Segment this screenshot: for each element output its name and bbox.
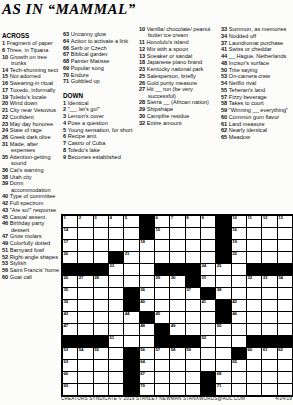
section-header-across: ACROSS <box>2 32 60 39</box>
cell-number: 34 <box>278 276 282 280</box>
clue-6-down: 6 Recipe amt. <box>63 133 136 139</box>
clue-64-across: 64 Action to activate a link <box>63 38 136 44</box>
grid-cell[interactable] <box>155 300 169 311</box>
grid-cell[interactable] <box>247 360 261 371</box>
cell-number: 12 <box>263 216 267 220</box>
clue-51-across: 51 Barnyard fowl <box>2 247 60 253</box>
grid-cell[interactable] <box>78 288 92 299</box>
grid-cell[interactable] <box>201 228 215 239</box>
grid-cell[interactable]: 8 <box>186 216 200 227</box>
clue-50-down: 50 Trite saying <box>221 67 292 73</box>
cell-number: 8 <box>186 216 188 220</box>
grid-cell[interactable] <box>78 360 92 371</box>
cell-number: 26 <box>64 276 68 280</box>
cell-number: 62 <box>278 348 282 352</box>
grid-cell[interactable] <box>232 324 246 335</box>
clue-37-down: 37 Laundromat purchase <box>221 40 292 46</box>
grid-cell[interactable] <box>170 312 184 323</box>
grid-cell[interactable] <box>232 288 246 299</box>
cell-number: 43 <box>64 312 68 316</box>
grid-cell[interactable]: 24 <box>201 264 215 275</box>
grid-cell[interactable] <box>109 360 123 371</box>
clue-10-across: 10 Growth on tree trunks <box>2 54 60 67</box>
grid-cell[interactable] <box>155 384 169 395</box>
clue-8-down: 8 Toledo's lake <box>63 147 136 153</box>
grid-cell[interactable]: 57 <box>155 348 169 359</box>
grid-cell[interactable] <box>155 252 169 263</box>
clue-55-down: 55 Teheran's land <box>221 87 292 93</box>
grid-cell[interactable]: 42 <box>232 300 246 311</box>
grid-cell[interactable] <box>170 240 184 251</box>
grid-cell[interactable]: 22 <box>232 252 246 263</box>
grid-cell-block <box>216 252 230 263</box>
grid-cell[interactable] <box>155 360 169 371</box>
clue-9-down: 9 Becomes established <box>63 154 136 160</box>
grid-cell[interactable] <box>155 240 169 251</box>
grid-cell-block <box>124 372 138 383</box>
grid-cell[interactable]: 5 <box>124 216 138 227</box>
grid-cell[interactable] <box>170 228 184 239</box>
grid-cell[interactable] <box>94 300 108 311</box>
cell-number: 65 <box>232 360 236 364</box>
grid-cell[interactable]: 43 <box>63 312 77 323</box>
grid-cell[interactable] <box>232 276 246 287</box>
clue-42-across: 42 Full spectrum <box>2 200 60 206</box>
cell-number: 4 <box>109 216 111 220</box>
grid-cell[interactable]: 12 <box>262 216 276 227</box>
grid-cell[interactable] <box>186 372 200 383</box>
grid-cell[interactable] <box>278 252 292 263</box>
cell-number: 37 <box>186 288 190 292</box>
clue-59-down: 59 "Winning __ everything" <box>221 107 292 113</box>
cell-number: 56 <box>140 348 144 352</box>
clue-27-down: 27 Hit __ run (be very successful) <box>139 86 218 99</box>
grid-cell-block <box>170 264 184 275</box>
grid-cell[interactable] <box>278 240 292 251</box>
cell-number: 31 <box>201 276 205 280</box>
clue-16-across: 16 Swearing-in ritual <box>2 80 60 86</box>
grid-cell[interactable]: 47 <box>63 324 77 335</box>
clue-71-across: 71 Gobbled up <box>63 78 136 84</box>
cell-number: 24 <box>201 264 205 268</box>
clue-11-down: 11 Honolulu's island <box>139 39 218 45</box>
clue-70-across: 70 Endure <box>63 72 136 78</box>
grid-cell[interactable] <box>186 312 200 323</box>
cell-number: 58 <box>171 348 175 352</box>
cell-number: 49 <box>171 324 175 328</box>
grid-cell[interactable] <box>78 312 92 323</box>
grid-cell[interactable] <box>140 276 154 287</box>
grid-cell[interactable]: 17 <box>63 240 77 251</box>
grid-cell[interactable]: 50 <box>216 324 230 335</box>
clue-column-across-down: 63 Uncanny glow64 Action to activate a l… <box>63 31 136 160</box>
grid-cell[interactable] <box>94 288 108 299</box>
grid-cell[interactable] <box>170 300 184 311</box>
cell-number: 67 <box>140 372 144 376</box>
cell-number: 46 <box>232 312 236 316</box>
grid-cell[interactable]: 55 <box>94 348 108 359</box>
grid-cell[interactable] <box>78 240 92 251</box>
grid-cell[interactable] <box>201 348 215 359</box>
grid-cell[interactable]: 35 <box>63 288 77 299</box>
grid-cell[interactable] <box>247 300 261 311</box>
grid-cell[interactable] <box>140 252 154 263</box>
grid-cell[interactable] <box>109 288 123 299</box>
grid-cell[interactable]: 4 <box>109 216 123 227</box>
grid-cell-block <box>124 348 138 359</box>
grid-cell[interactable] <box>94 228 108 239</box>
grid-cell[interactable] <box>78 384 92 395</box>
cell-number: 27 <box>79 276 83 280</box>
clue-28-down: 28 Sierra __ (African nation) <box>139 99 218 105</box>
clue-58-down: 58 Takes to court <box>221 100 292 106</box>
clue-68-across: 68 Painter Matisse <box>63 58 136 64</box>
grid-cell-block <box>262 336 276 347</box>
clue-45-across: 45 Casual assent <box>2 214 60 220</box>
grid-cell[interactable] <box>186 228 200 239</box>
grid-cell[interactable] <box>109 300 123 311</box>
clue-60-down: 60 Common gum flavor <box>221 114 292 120</box>
grid-cell[interactable] <box>247 312 261 323</box>
grid-cell[interactable] <box>109 324 123 335</box>
cell-number: 54 <box>79 348 83 352</box>
grid-cell[interactable] <box>232 264 246 275</box>
grid-cell[interactable] <box>247 324 261 335</box>
cell-number: 64 <box>140 360 144 364</box>
cell-number: 29 <box>155 276 159 280</box>
grid-cell[interactable] <box>278 300 292 311</box>
cell-number: 60 <box>247 348 251 352</box>
grid-cell[interactable]: 67 <box>140 372 154 383</box>
grid-cell[interactable] <box>262 252 276 263</box>
puzzle-title: AS IN “MAMMAL” <box>2 1 242 18</box>
grid-cell[interactable] <box>262 228 276 239</box>
grid-cell[interactable] <box>186 300 200 311</box>
grid-cell[interactable] <box>94 360 108 371</box>
grid-cell[interactable]: 7 <box>170 216 184 227</box>
grid-cell[interactable] <box>78 372 92 383</box>
grid-cell[interactable]: 2 <box>78 216 92 227</box>
grid-cell-block <box>124 300 138 311</box>
grid-cell[interactable] <box>155 372 169 383</box>
grid-cell[interactable]: 49 <box>170 324 184 335</box>
cell-number: 11 <box>247 216 251 220</box>
cell-number: 50 <box>217 324 221 328</box>
grid-cell[interactable]: 32 <box>247 276 261 287</box>
grid-cell[interactable] <box>216 348 230 359</box>
grid-cell[interactable] <box>232 336 246 347</box>
grid-cell[interactable] <box>170 384 184 395</box>
cell-number: 14 <box>64 228 68 232</box>
grid-cell[interactable] <box>124 228 138 239</box>
grid-cell[interactable]: 13 <box>278 216 292 227</box>
grid-cell[interactable] <box>124 336 138 347</box>
cell-number: 51 <box>109 336 113 340</box>
clue-24-across: 24 State of rage <box>2 127 60 133</box>
cell-number: 9 <box>201 216 203 220</box>
grid-cell[interactable]: 23 <box>109 264 123 275</box>
clue-5-down: 5 Young sensation, for short <box>63 127 136 133</box>
grid-cell[interactable] <box>216 360 230 371</box>
grid-cell[interactable] <box>186 360 200 371</box>
grid-cell[interactable] <box>216 336 230 347</box>
grid-cell[interactable] <box>201 312 215 323</box>
grid-cell[interactable] <box>109 348 123 359</box>
grid-cell[interactable] <box>278 360 292 371</box>
grid-cell[interactable] <box>94 372 108 383</box>
grid-cell[interactable]: 51 <box>109 336 123 347</box>
grid-cell[interactable]: 71 <box>216 384 230 395</box>
grid-cell[interactable] <box>78 300 92 311</box>
cell-number: 61 <box>263 348 267 352</box>
grid-cell[interactable]: 45 <box>155 312 169 323</box>
grid-cell[interactable]: 9 <box>201 216 215 227</box>
grid-cell[interactable]: 14 <box>63 228 77 239</box>
grid-cell[interactable]: 64 <box>140 360 154 371</box>
grid-cell-block <box>170 336 184 347</box>
grid-cell[interactable]: 1 <box>63 216 77 227</box>
grid-cell[interactable]: 33 <box>262 276 276 287</box>
clue-23-down: 23 Kentucky national park <box>139 66 218 72</box>
grid-cell[interactable] <box>170 360 184 371</box>
grid-cell[interactable]: 28 <box>94 276 108 287</box>
grid-cell[interactable] <box>201 360 215 371</box>
grid-cell[interactable]: 61 <box>262 348 276 359</box>
grid-cell[interactable] <box>155 288 169 299</box>
clue-38-across: 38 Utah city <box>2 174 60 180</box>
grid-cell[interactable] <box>78 228 92 239</box>
grid-cell[interactable]: 26 <box>63 276 77 287</box>
grid-cell[interactable]: 18 <box>140 240 154 251</box>
grid-cell[interactable] <box>94 312 108 323</box>
grid-cell[interactable]: 69 <box>63 384 77 395</box>
puzzle-date: 4/24/19 <box>275 396 292 401</box>
clue-17-across: 17 Tuxedo, informally <box>2 87 60 93</box>
grid-cell-block <box>155 336 169 347</box>
grid-cell[interactable] <box>109 228 123 239</box>
grid-cell[interactable] <box>140 336 154 347</box>
grid-cell[interactable] <box>94 252 108 263</box>
grid-cell-block <box>94 336 108 347</box>
grid-cell[interactable] <box>247 228 261 239</box>
grid-cell[interactable]: 34 <box>278 276 292 287</box>
grid-cell[interactable] <box>124 264 138 275</box>
grid-cell[interactable] <box>262 360 276 371</box>
grid-cell[interactable] <box>124 276 138 287</box>
grid-cell[interactable]: 15 <box>155 228 169 239</box>
grid-cell[interactable]: 31 <box>201 276 215 287</box>
grid-cell-block <box>262 264 276 275</box>
grid-cell[interactable] <box>109 384 123 395</box>
grid-cell[interactable]: 29 <box>155 276 169 287</box>
grid-cell[interactable]: 16 <box>232 228 246 239</box>
clue-segment: ACROSS1 Fragment of paper6 Three, in Tij… <box>2 32 60 280</box>
grid-cell[interactable]: 44 <box>124 312 138 323</box>
grid-cell[interactable] <box>109 312 123 323</box>
grid-cell[interactable]: 62 <box>278 348 292 359</box>
clue-23-across: 23 May day honoree <box>2 121 60 127</box>
grid-cell-block <box>186 336 200 347</box>
grid-cell[interactable]: 36 <box>140 288 154 299</box>
grid-cell[interactable] <box>247 240 261 251</box>
grid-cell[interactable]: 65 <box>232 360 246 371</box>
clue-6-across: 6 Three, in Tijuana <box>2 47 60 53</box>
clue-12-down: 12 Mix with a spoon <box>139 46 218 52</box>
cell-number: 45 <box>155 312 159 316</box>
clue-31-across: 31 Made, after expenses <box>2 141 60 154</box>
grid-cell[interactable]: 58 <box>170 348 184 359</box>
clue-61-down: 61 Land measure <box>221 121 292 127</box>
grid-cell[interactable] <box>262 240 276 251</box>
grid-cell-block <box>278 264 292 275</box>
grid-cell[interactable] <box>94 240 108 251</box>
clue-56-across: 56 Saint Francis' home <box>2 267 60 273</box>
clue-22-across: 22 Confident <box>2 114 60 120</box>
clue-39-across: 39 Dorm accommodation <box>2 180 60 193</box>
grid-cell[interactable]: 63 <box>63 360 77 371</box>
clue-segment: 33 Summon, as memories34 Nodded off37 La… <box>221 26 292 140</box>
grid-cell[interactable] <box>124 240 138 251</box>
grid-cell[interactable]: 37 <box>186 288 200 299</box>
grid-cell[interactable] <box>247 372 261 383</box>
grid-cell-block <box>201 372 215 383</box>
clue-32-down: 32 Entire amount <box>139 120 218 126</box>
clue-62-down: 62 Nearly identical <box>221 127 292 133</box>
clue-65-down: 65 Meadow <box>221 134 292 140</box>
grid-cell[interactable]: 40 <box>140 300 154 311</box>
grid-cell[interactable] <box>262 288 276 299</box>
grid-cell-block <box>155 264 169 275</box>
clue-segment: 63 Uncanny glow64 Action to activate a l… <box>63 31 136 85</box>
cell-number: 63 <box>64 360 68 364</box>
footer: CREATORS SYNDICATE © 2019 STANLEY NEWMAN… <box>61 396 292 401</box>
grid-cell[interactable] <box>262 372 276 383</box>
grid-cell[interactable] <box>109 372 123 383</box>
grid-cell[interactable] <box>247 288 261 299</box>
grid-cell[interactable] <box>109 240 123 251</box>
clue-column-down-1: 10 Vanilla/ chocolate/ peanut butter ice… <box>139 26 218 126</box>
grid-cell[interactable]: 3 <box>94 216 108 227</box>
grid-cell-block <box>201 384 215 395</box>
grid-cell[interactable]: 11 <box>247 216 261 227</box>
grid-cell-block <box>78 336 92 347</box>
grid-cell[interactable] <box>278 324 292 335</box>
grid-cell[interactable] <box>78 252 92 263</box>
grid-cell[interactable] <box>170 252 184 263</box>
grid-cell[interactable]: 38 <box>216 288 230 299</box>
grid-cell[interactable] <box>278 312 292 323</box>
grid-cell[interactable] <box>170 372 184 383</box>
grid-cell-block <box>109 252 123 263</box>
cell-number: 15 <box>155 228 159 232</box>
grid-cell[interactable]: 70 <box>140 384 154 395</box>
grid-cell[interactable] <box>124 324 138 335</box>
grid-cell[interactable] <box>262 324 276 335</box>
grid-cell[interactable] <box>262 300 276 311</box>
grid-cell-block <box>232 348 246 359</box>
cell-number: 6 <box>155 216 157 220</box>
grid-cell[interactable]: 27 <box>78 276 92 287</box>
grid-cell[interactable] <box>232 372 246 383</box>
clue-44-down: 44 __ Hague, Netherlands <box>221 53 292 59</box>
grid-cell[interactable] <box>278 288 292 299</box>
grid-cell[interactable]: 48 <box>140 324 154 335</box>
grid-cell[interactable]: 56 <box>140 348 154 359</box>
grid-cell[interactable] <box>201 324 215 335</box>
grid-cell[interactable]: 46 <box>232 312 246 323</box>
grid-cell[interactable] <box>186 384 200 395</box>
grid-cell[interactable]: 68 <box>216 372 230 383</box>
clue-52-across: 52 Right-angle shapes <box>2 254 60 260</box>
grid-cell[interactable] <box>186 324 200 335</box>
grid-cell[interactable]: 59 <box>186 348 200 359</box>
grid-cell-block <box>124 360 138 371</box>
grid-cell-block <box>63 336 77 347</box>
grid-cell[interactable] <box>94 384 108 395</box>
grid-cell[interactable]: 66 <box>63 372 77 383</box>
grid-cell[interactable]: 41 <box>201 300 215 311</box>
grid-cell[interactable] <box>186 240 200 251</box>
crossword-grid[interactable]: 1234567891011121314151617181920212223242… <box>61 214 293 397</box>
grid-cell[interactable]: 30 <box>170 276 184 287</box>
cell-number: 55 <box>94 348 98 352</box>
grid-cell[interactable] <box>278 372 292 383</box>
grid-cell-block <box>216 300 230 311</box>
grid-cell[interactable]: 6 <box>155 216 169 227</box>
grid-cell[interactable]: 10 <box>232 216 246 227</box>
grid-cell[interactable] <box>201 240 215 251</box>
grid-cell[interactable] <box>262 312 276 323</box>
clue-25-down: 25 Salesperson, briefly <box>139 73 218 79</box>
cell-number: 18 <box>140 240 144 244</box>
grid-cell[interactable] <box>109 276 123 287</box>
grid-cell[interactable]: 25 <box>216 264 230 275</box>
clue-26-down: 26 Gold purity measure <box>139 80 218 86</box>
grid-cell-block <box>216 228 230 239</box>
grid-cell[interactable]: 54 <box>78 348 92 359</box>
grid-cell[interactable] <box>186 252 200 263</box>
grid-cell[interactable] <box>278 228 292 239</box>
grid-cell[interactable] <box>278 384 292 395</box>
grid-cell[interactable]: 21 <box>124 252 138 263</box>
clue-20-across: 20 Wind down <box>2 100 60 106</box>
clue-15-across: 15 Not adorned <box>2 73 60 79</box>
grid-cell[interactable] <box>140 264 154 275</box>
grid-cell-block <box>186 264 200 275</box>
grid-cell[interactable] <box>262 384 276 395</box>
cell-number: 42 <box>232 300 236 304</box>
grid-cell[interactable] <box>201 252 215 263</box>
cell-number: 25 <box>217 264 221 268</box>
grid-cell[interactable] <box>247 252 261 263</box>
grid-cell[interactable] <box>78 324 92 335</box>
grid-cell[interactable]: 20 <box>63 252 77 263</box>
grid-cell[interactable] <box>232 384 246 395</box>
syndicate-credit: CREATORS SYNDICATE © 2019 STANLEY NEWMAN… <box>61 396 245 401</box>
cell-number: 38 <box>217 288 221 292</box>
grid-cell[interactable]: 53 <box>63 348 77 359</box>
grid-cell[interactable]: 52 <box>201 336 215 347</box>
clue-35-across: 35 Attention-getting sound <box>2 154 60 167</box>
grid-cell[interactable]: 39 <box>63 300 77 311</box>
grid-cell-block <box>155 324 169 335</box>
grid-cell[interactable]: 19 <box>232 240 246 251</box>
grid-cell[interactable] <box>170 288 184 299</box>
grid-cell[interactable] <box>94 324 108 335</box>
grid-cell[interactable] <box>216 276 230 287</box>
grid-cell[interactable] <box>247 384 261 395</box>
grid-cell[interactable]: 60 <box>247 348 261 359</box>
